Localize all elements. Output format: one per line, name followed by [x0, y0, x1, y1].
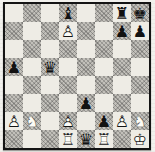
square-f1: ♜♖ — [95, 130, 113, 148]
piece-bP-a5: ♟ — [5, 58, 23, 76]
square-e7 — [77, 22, 95, 40]
piece-wP-d7: ♙ — [59, 22, 77, 40]
square-d8: ♝ — [59, 4, 77, 22]
square-g8: ♜ — [113, 4, 131, 22]
square-g7: ♟ — [113, 22, 131, 40]
piece-bQ-c5: ♛ — [41, 58, 59, 76]
square-b8 — [23, 4, 41, 22]
square-g3 — [113, 94, 131, 112]
square-c3 — [41, 94, 59, 112]
square-h1: ♚♔ — [131, 130, 149, 148]
piece-bQ-e1: ♛ — [77, 130, 95, 148]
square-c7 — [41, 22, 59, 40]
square-h7: ♟ — [131, 22, 149, 40]
square-h6 — [131, 40, 149, 58]
square-b6 — [23, 40, 41, 58]
piece-wP-g2: ♙ — [113, 112, 131, 130]
piece-wN-h2: ♘ — [131, 112, 149, 130]
square-d7: ♟♙ — [59, 22, 77, 40]
square-a1 — [5, 130, 23, 148]
square-g5 — [113, 58, 131, 76]
square-b1 — [23, 130, 41, 148]
square-h2: ♞♘ — [131, 112, 149, 130]
piece-wP-d2: ♙ — [59, 112, 77, 130]
board-frame: ♝♜♚♟♙♟♟♟♛♟♟♙♞♘♟♙♟♟♙♞♘♜♖♛♜♖♚♔ — [3, 2, 151, 150]
square-a7 — [5, 22, 23, 40]
piece-wR-f1: ♖ — [95, 130, 113, 148]
piece-wN-b2: ♘ — [23, 112, 41, 130]
square-d2: ♟♙ — [59, 112, 77, 130]
piece-bP-e3: ♟ — [77, 94, 95, 112]
square-a8 — [5, 4, 23, 22]
square-d1: ♜♖ — [59, 130, 77, 148]
square-c4 — [41, 76, 59, 94]
scanned-diagram-page: ♝♜♚♟♙♟♟♟♛♟♟♙♞♘♟♙♟♟♙♞♘♜♖♛♜♖♚♔ — [0, 0, 155, 152]
square-g2: ♟♙ — [113, 112, 131, 130]
square-c5: ♛ — [41, 58, 59, 76]
square-a5: ♟ — [5, 58, 23, 76]
square-f3 — [95, 94, 113, 112]
square-a4 — [5, 76, 23, 94]
square-f5 — [95, 58, 113, 76]
square-b3 — [23, 94, 41, 112]
square-b7 — [23, 22, 41, 40]
square-e6 — [77, 40, 95, 58]
piece-bB-d8: ♝ — [59, 4, 77, 22]
square-g6 — [113, 40, 131, 58]
square-d6 — [59, 40, 77, 58]
square-f8 — [95, 4, 113, 22]
piece-bP-f2: ♟ — [95, 112, 113, 130]
square-f2: ♟ — [95, 112, 113, 130]
square-c1 — [41, 130, 59, 148]
piece-bK-h8: ♚ — [131, 4, 149, 22]
square-a6 — [5, 40, 23, 58]
square-e4 — [77, 76, 95, 94]
square-h8: ♚ — [131, 4, 149, 22]
square-h3 — [131, 94, 149, 112]
piece-wK-h1: ♔ — [131, 130, 149, 148]
square-d3 — [59, 94, 77, 112]
square-c2 — [41, 112, 59, 130]
square-b4 — [23, 76, 41, 94]
square-e8 — [77, 4, 95, 22]
square-b2: ♞♘ — [23, 112, 41, 130]
piece-bP-h7: ♟ — [131, 22, 149, 40]
piece-bP-g7: ♟ — [113, 22, 131, 40]
square-a3 — [5, 94, 23, 112]
square-f6 — [95, 40, 113, 58]
piece-wP-a2: ♙ — [5, 112, 23, 130]
square-c8 — [41, 4, 59, 22]
square-c6 — [41, 40, 59, 58]
square-a2: ♟♙ — [5, 112, 23, 130]
square-h4 — [131, 76, 149, 94]
square-b5 — [23, 58, 41, 76]
square-h5 — [131, 58, 149, 76]
square-e1: ♛ — [77, 130, 95, 148]
square-f7 — [95, 22, 113, 40]
square-g4 — [113, 76, 131, 94]
square-g1 — [113, 130, 131, 148]
square-d4 — [59, 76, 77, 94]
board: ♝♜♚♟♙♟♟♟♛♟♟♙♞♘♟♙♟♟♙♞♘♜♖♛♜♖♚♔ — [5, 4, 149, 148]
square-d5 — [59, 58, 77, 76]
square-e2 — [77, 112, 95, 130]
piece-wR-d1: ♖ — [59, 130, 77, 148]
square-e5 — [77, 58, 95, 76]
square-e3: ♟ — [77, 94, 95, 112]
square-f4 — [95, 76, 113, 94]
piece-bR-g8: ♜ — [113, 4, 131, 22]
